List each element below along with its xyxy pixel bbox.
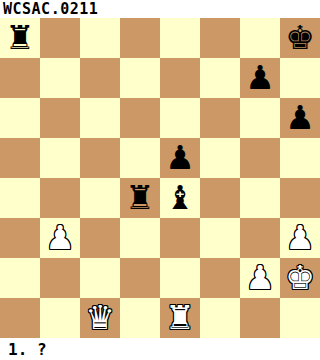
square-a8[interactable]: ♜ [0,18,40,58]
square-f8[interactable] [200,18,240,58]
title-bar: WCSAC.0211 [0,0,320,18]
white-king[interactable]: ♚ [285,258,315,298]
square-h3[interactable]: ♟ [280,218,320,258]
square-b7[interactable] [40,58,80,98]
square-d4[interactable]: ♜ [120,178,160,218]
square-g6[interactable] [240,98,280,138]
white-queen[interactable]: ♛ [85,298,115,338]
square-h4[interactable] [280,178,320,218]
square-b2[interactable] [40,258,80,298]
square-c1[interactable]: ♛ [80,298,120,338]
square-h6[interactable]: ♟ [280,98,320,138]
square-f2[interactable] [200,258,240,298]
chess-board: ♜♚♟♟♟♜♝♟♟♟♚♛♜ [0,18,320,338]
square-c7[interactable] [80,58,120,98]
white-pawn[interactable]: ♟ [45,218,75,258]
square-g1[interactable] [240,298,280,338]
black-rook[interactable]: ♜ [5,18,35,58]
white-pawn[interactable]: ♟ [245,258,275,298]
square-e7[interactable] [160,58,200,98]
square-e5[interactable]: ♟ [160,138,200,178]
white-rook[interactable]: ♜ [165,298,195,338]
square-h7[interactable] [280,58,320,98]
black-rook[interactable]: ♜ [125,178,155,218]
square-a6[interactable] [0,98,40,138]
black-king[interactable]: ♚ [285,18,315,58]
move-prompt: 1. ? [8,340,47,359]
square-a1[interactable] [0,298,40,338]
square-b3[interactable]: ♟ [40,218,80,258]
square-e3[interactable] [160,218,200,258]
square-g3[interactable] [240,218,280,258]
square-b4[interactable] [40,178,80,218]
square-g8[interactable] [240,18,280,58]
square-h8[interactable]: ♚ [280,18,320,58]
square-e1[interactable]: ♜ [160,298,200,338]
black-pawn[interactable]: ♟ [285,98,315,138]
square-g2[interactable]: ♟ [240,258,280,298]
square-a4[interactable] [0,178,40,218]
square-a7[interactable] [0,58,40,98]
square-c2[interactable] [80,258,120,298]
square-f7[interactable] [200,58,240,98]
square-c6[interactable] [80,98,120,138]
square-b1[interactable] [40,298,80,338]
square-a2[interactable] [0,258,40,298]
square-f4[interactable] [200,178,240,218]
square-b5[interactable] [40,138,80,178]
move-prompt-bar: 1. ? [0,338,320,360]
square-d7[interactable] [120,58,160,98]
square-g5[interactable] [240,138,280,178]
square-f1[interactable] [200,298,240,338]
square-d2[interactable] [120,258,160,298]
square-d8[interactable] [120,18,160,58]
square-f3[interactable] [200,218,240,258]
square-c3[interactable] [80,218,120,258]
square-c4[interactable] [80,178,120,218]
square-d5[interactable] [120,138,160,178]
black-pawn[interactable]: ♟ [165,138,195,178]
square-e8[interactable] [160,18,200,58]
puzzle-id: WCSAC.0211 [3,0,98,18]
square-h5[interactable] [280,138,320,178]
white-pawn[interactable]: ♟ [285,218,315,258]
square-f5[interactable] [200,138,240,178]
square-c5[interactable] [80,138,120,178]
black-pawn[interactable]: ♟ [245,58,275,98]
square-b6[interactable] [40,98,80,138]
square-g7[interactable]: ♟ [240,58,280,98]
square-d1[interactable] [120,298,160,338]
square-d3[interactable] [120,218,160,258]
square-g4[interactable] [240,178,280,218]
square-h1[interactable] [280,298,320,338]
square-e6[interactable] [160,98,200,138]
black-bishop[interactable]: ♝ [165,178,195,218]
square-h2[interactable]: ♚ [280,258,320,298]
square-a3[interactable] [0,218,40,258]
square-d6[interactable] [120,98,160,138]
square-a5[interactable] [0,138,40,178]
square-f6[interactable] [200,98,240,138]
square-c8[interactable] [80,18,120,58]
square-e2[interactable] [160,258,200,298]
square-b8[interactable] [40,18,80,58]
square-e4[interactable]: ♝ [160,178,200,218]
